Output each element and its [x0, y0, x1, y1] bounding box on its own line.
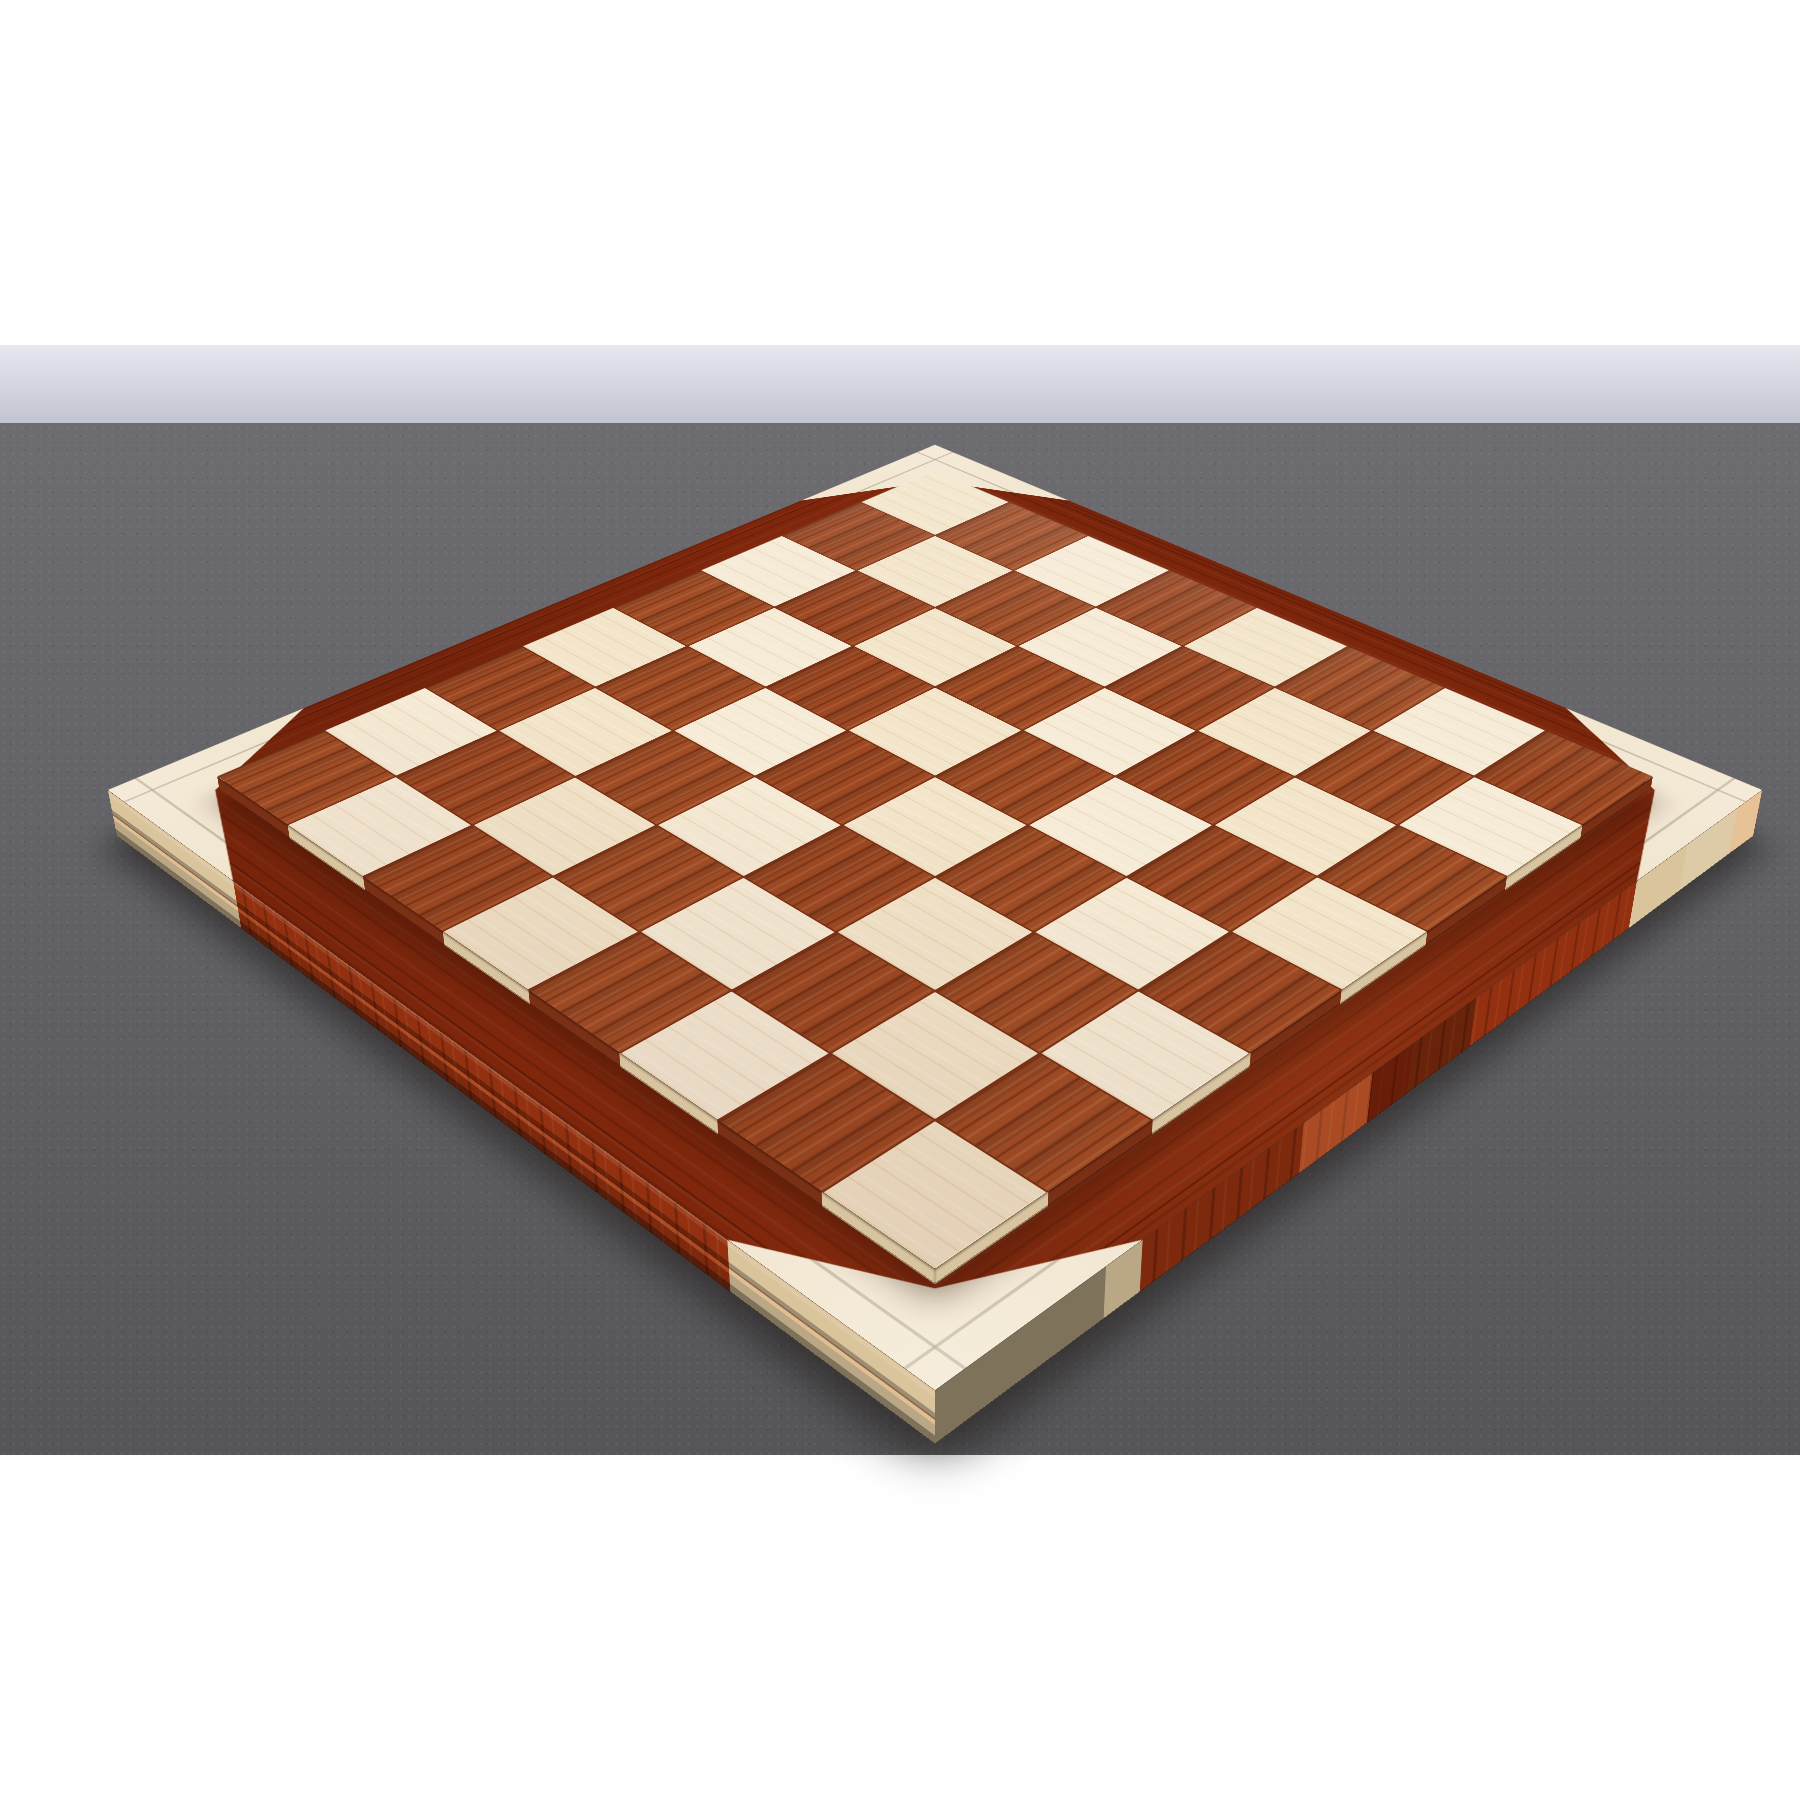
- photo-scene: [0, 0, 1800, 1800]
- board-stage: [0, 0, 1800, 1800]
- chessboard: [108, 445, 1763, 1391]
